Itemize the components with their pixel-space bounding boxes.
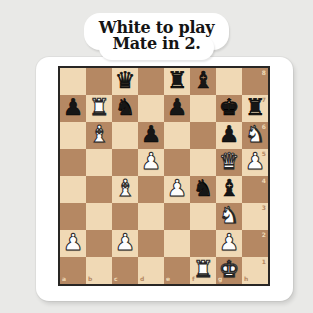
piece-white-pawn: ♟ xyxy=(245,150,266,173)
rank-label-4: 4 xyxy=(262,178,266,184)
chess-board: ♛♜♝8♟♜♞♟♚7♜♝♟♟6♞♟♛5♟♝♟♞♝4♞3♟♟♟2abcdef♜g♚… xyxy=(58,66,270,286)
square-d4 xyxy=(138,176,164,203)
piece-white-bishop: ♝ xyxy=(115,177,136,200)
square-e3 xyxy=(164,203,190,230)
title-line-2: Mate in 2. xyxy=(112,35,200,53)
rank-label-3: 3 xyxy=(262,205,266,211)
rank-label-1: 1 xyxy=(262,259,266,265)
piece-white-knight: ♞ xyxy=(245,123,266,146)
file-label-d: d xyxy=(140,276,144,282)
square-d5: ♟ xyxy=(138,149,164,176)
square-h7: 7♜ xyxy=(242,95,268,122)
square-c1: c xyxy=(112,257,138,284)
square-f6 xyxy=(190,122,216,149)
piece-black-rook: ♜ xyxy=(245,96,266,119)
square-e4: ♟ xyxy=(164,176,190,203)
file-label-c: c xyxy=(114,276,118,282)
square-c8: ♛ xyxy=(112,68,138,95)
piece-black-rook: ♜ xyxy=(167,69,188,92)
piece-black-pawn: ♟ xyxy=(167,96,188,119)
square-f4: ♞ xyxy=(190,176,216,203)
piece-white-pawn: ♟ xyxy=(141,150,162,173)
piece-black-pawn: ♟ xyxy=(141,123,162,146)
square-g1: g♚ xyxy=(216,257,242,284)
square-h2: 2 xyxy=(242,230,268,257)
square-g6: ♟ xyxy=(216,122,242,149)
title-blob-bottom: Mate in 2. xyxy=(99,35,213,60)
piece-white-rook: ♜ xyxy=(89,96,110,119)
square-f7 xyxy=(190,95,216,122)
square-c4: ♝ xyxy=(112,176,138,203)
square-a8 xyxy=(60,68,86,95)
piece-white-bishop: ♝ xyxy=(89,123,110,146)
square-a7: ♟ xyxy=(60,95,86,122)
piece-white-knight: ♞ xyxy=(219,204,240,227)
square-g8 xyxy=(216,68,242,95)
square-f5 xyxy=(190,149,216,176)
piece-black-pawn: ♟ xyxy=(219,123,240,146)
square-a4 xyxy=(60,176,86,203)
square-b5 xyxy=(86,149,112,176)
file-label-a: a xyxy=(62,276,66,282)
rank-label-2: 2 xyxy=(262,232,266,238)
square-f8: ♝ xyxy=(190,68,216,95)
piece-white-pawn: ♟ xyxy=(115,231,136,254)
piece-white-rook: ♜ xyxy=(193,258,214,281)
square-d6: ♟ xyxy=(138,122,164,149)
square-c3 xyxy=(112,203,138,230)
square-a1: a xyxy=(60,257,86,284)
square-b2 xyxy=(86,230,112,257)
square-d8 xyxy=(138,68,164,95)
piece-black-queen: ♛ xyxy=(115,69,136,92)
square-e2 xyxy=(164,230,190,257)
square-g3: ♞ xyxy=(216,203,242,230)
piece-white-pawn: ♟ xyxy=(219,231,240,254)
square-e6 xyxy=(164,122,190,149)
piece-white-queen: ♛ xyxy=(219,150,240,173)
square-b7: ♜ xyxy=(86,95,112,122)
puzzle-title-sticker: White to play Mate in 2. xyxy=(0,13,313,60)
square-h1: 1h xyxy=(242,257,268,284)
square-f2 xyxy=(190,230,216,257)
piece-white-pawn: ♟ xyxy=(167,177,188,200)
square-d1: d xyxy=(138,257,164,284)
square-e7: ♟ xyxy=(164,95,190,122)
square-d7 xyxy=(138,95,164,122)
piece-black-pawn: ♟ xyxy=(63,96,84,119)
square-g4: ♝ xyxy=(216,176,242,203)
square-e8: ♜ xyxy=(164,68,190,95)
square-a2: ♟ xyxy=(60,230,86,257)
file-label-h: h xyxy=(244,276,248,282)
square-b8 xyxy=(86,68,112,95)
square-b1: b xyxy=(86,257,112,284)
piece-black-bishop: ♝ xyxy=(219,177,240,200)
file-label-b: b xyxy=(88,276,92,282)
square-h4: 4 xyxy=(242,176,268,203)
square-g5: ♛ xyxy=(216,149,242,176)
board-sticker: ♛♜♝8♟♜♞♟♚7♜♝♟♟6♞♟♛5♟♝♟♞♝4♞3♟♟♟2abcdef♜g♚… xyxy=(36,57,293,301)
piece-white-pawn: ♟ xyxy=(63,231,84,254)
piece-black-bishop: ♝ xyxy=(193,69,214,92)
rank-label-8: 8 xyxy=(262,70,266,76)
square-h5: 5♟ xyxy=(242,149,268,176)
square-d2 xyxy=(138,230,164,257)
square-e5 xyxy=(164,149,190,176)
square-b6: ♝ xyxy=(86,122,112,149)
square-d3 xyxy=(138,203,164,230)
square-c2: ♟ xyxy=(112,230,138,257)
square-c6 xyxy=(112,122,138,149)
square-b3 xyxy=(86,203,112,230)
square-f1: f♜ xyxy=(190,257,216,284)
square-h8: 8 xyxy=(242,68,268,95)
square-f3 xyxy=(190,203,216,230)
piece-black-knight: ♞ xyxy=(193,177,214,200)
piece-white-king: ♚ xyxy=(219,258,240,281)
square-c5 xyxy=(112,149,138,176)
square-c7: ♞ xyxy=(112,95,138,122)
square-g2: ♟ xyxy=(216,230,242,257)
square-g7: ♚ xyxy=(216,95,242,122)
square-a5 xyxy=(60,149,86,176)
square-h6: 6♞ xyxy=(242,122,268,149)
square-b4 xyxy=(86,176,112,203)
square-e1: e xyxy=(164,257,190,284)
file-label-e: e xyxy=(166,276,170,282)
piece-black-king: ♚ xyxy=(219,96,240,119)
square-h3: 3 xyxy=(242,203,268,230)
piece-black-knight: ♞ xyxy=(115,96,136,119)
square-a3 xyxy=(60,203,86,230)
square-a6 xyxy=(60,122,86,149)
